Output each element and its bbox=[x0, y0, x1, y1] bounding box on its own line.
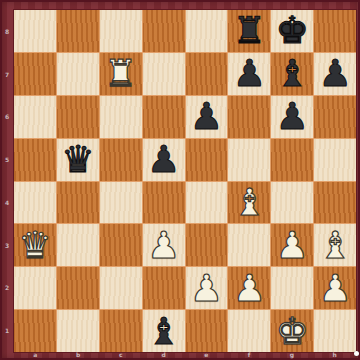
square-b5[interactable]: ♛ bbox=[57, 139, 99, 181]
file-label-c: c bbox=[100, 350, 143, 360]
square-c2[interactable] bbox=[100, 267, 142, 309]
square-b7[interactable] bbox=[57, 53, 99, 95]
square-d5[interactable]: ♟ bbox=[143, 139, 185, 181]
piece-black-queen-b5[interactable]: ♛ bbox=[61, 141, 94, 178]
square-e3[interactable] bbox=[186, 224, 228, 266]
square-d6[interactable] bbox=[143, 96, 185, 138]
square-d7[interactable] bbox=[143, 53, 185, 95]
rank-label-2: 2 bbox=[0, 267, 14, 310]
square-h8[interactable] bbox=[314, 10, 356, 52]
rank-label-8: 8 bbox=[0, 10, 14, 53]
piece-black-pawn-g6[interactable]: ♟ bbox=[276, 98, 309, 135]
square-b2[interactable] bbox=[57, 267, 99, 309]
file-label-a: a bbox=[14, 350, 57, 360]
square-b4[interactable] bbox=[57, 182, 99, 224]
square-d1[interactable]: ♝ bbox=[143, 310, 185, 352]
square-g6[interactable]: ♟ bbox=[271, 96, 313, 138]
piece-white-queen-a3[interactable]: ♛ bbox=[18, 227, 51, 264]
file-label-d: d bbox=[142, 350, 185, 360]
square-e7[interactable] bbox=[186, 53, 228, 95]
piece-white-bishop-h3[interactable]: ♝ bbox=[318, 227, 351, 264]
square-c6[interactable] bbox=[100, 96, 142, 138]
rank-label-4: 4 bbox=[0, 181, 14, 224]
rank-label-3: 3 bbox=[0, 224, 14, 267]
piece-black-pawn-e6[interactable]: ♟ bbox=[190, 98, 223, 135]
square-h6[interactable] bbox=[314, 96, 356, 138]
square-a8[interactable] bbox=[14, 10, 56, 52]
piece-white-pawn-e2[interactable]: ♟ bbox=[190, 270, 223, 307]
square-a7[interactable] bbox=[14, 53, 56, 95]
square-h2[interactable]: ♟ bbox=[314, 267, 356, 309]
piece-white-bishop-f4[interactable]: ♝ bbox=[233, 184, 266, 221]
file-label-g: g bbox=[271, 350, 314, 360]
square-f7[interactable]: ♟ bbox=[228, 53, 270, 95]
square-g3[interactable]: ♟ bbox=[271, 224, 313, 266]
file-label-e: e bbox=[185, 350, 228, 360]
piece-black-bishop-d1[interactable]: ♝ bbox=[147, 313, 180, 350]
piece-white-king-g1[interactable]: ♚ bbox=[276, 313, 309, 350]
piece-black-pawn-d5[interactable]: ♟ bbox=[147, 141, 180, 178]
square-g7[interactable]: ♝ bbox=[271, 53, 313, 95]
piece-white-pawn-f2[interactable]: ♟ bbox=[233, 270, 266, 307]
square-c1[interactable] bbox=[100, 310, 142, 352]
square-h3[interactable]: ♝ bbox=[314, 224, 356, 266]
square-d3[interactable]: ♟ bbox=[143, 224, 185, 266]
square-h5[interactable] bbox=[314, 139, 356, 181]
square-e8[interactable] bbox=[186, 10, 228, 52]
square-a5[interactable] bbox=[14, 139, 56, 181]
rank-label-1: 1 bbox=[0, 309, 14, 352]
square-d4[interactable] bbox=[143, 182, 185, 224]
piece-black-rook-f8[interactable]: ♜ bbox=[233, 12, 266, 49]
square-g2[interactable] bbox=[271, 267, 313, 309]
square-f2[interactable]: ♟ bbox=[228, 267, 270, 309]
square-c8[interactable] bbox=[100, 10, 142, 52]
square-a3[interactable]: ♛ bbox=[14, 224, 56, 266]
square-e1[interactable] bbox=[186, 310, 228, 352]
square-f1[interactable] bbox=[228, 310, 270, 352]
square-c3[interactable] bbox=[100, 224, 142, 266]
piece-white-rook-c7[interactable]: ♜ bbox=[104, 55, 137, 92]
piece-black-king-g8[interactable]: ♚ bbox=[276, 12, 309, 49]
file-label-h: h bbox=[313, 350, 356, 360]
rank-label-7: 7 bbox=[0, 53, 14, 96]
square-h1[interactable] bbox=[314, 310, 356, 352]
square-e6[interactable]: ♟ bbox=[186, 96, 228, 138]
square-f5[interactable] bbox=[228, 139, 270, 181]
square-c7[interactable]: ♜ bbox=[100, 53, 142, 95]
square-b8[interactable] bbox=[57, 10, 99, 52]
square-g8[interactable]: ♚ bbox=[271, 10, 313, 52]
square-h7[interactable]: ♟ bbox=[314, 53, 356, 95]
side-to-move-indicator bbox=[354, 351, 359, 356]
square-e4[interactable] bbox=[186, 182, 228, 224]
square-f3[interactable] bbox=[228, 224, 270, 266]
chess-board: ♜♚♜♟♝♟♟♟♛♟♝♛♟♟♝♟♟♟♝♚ bbox=[14, 10, 356, 352]
square-d8[interactable] bbox=[143, 10, 185, 52]
file-label-f: f bbox=[228, 350, 271, 360]
square-e2[interactable]: ♟ bbox=[186, 267, 228, 309]
rank-coordinates: 87654321 bbox=[0, 10, 14, 352]
square-a2[interactable] bbox=[14, 267, 56, 309]
square-b6[interactable] bbox=[57, 96, 99, 138]
square-g5[interactable] bbox=[271, 139, 313, 181]
square-a6[interactable] bbox=[14, 96, 56, 138]
square-g4[interactable] bbox=[271, 182, 313, 224]
file-coordinates: abcdefgh bbox=[14, 350, 356, 360]
square-b1[interactable] bbox=[57, 310, 99, 352]
piece-white-pawn-h2[interactable]: ♟ bbox=[318, 270, 351, 307]
file-label-b: b bbox=[57, 350, 100, 360]
piece-white-pawn-g3[interactable]: ♟ bbox=[276, 227, 309, 264]
square-h4[interactable] bbox=[314, 182, 356, 224]
square-f4[interactable]: ♝ bbox=[228, 182, 270, 224]
square-d2[interactable] bbox=[143, 267, 185, 309]
square-f8[interactable]: ♜ bbox=[228, 10, 270, 52]
piece-black-bishop-g7[interactable]: ♝ bbox=[276, 55, 309, 92]
chess-board-frame: ♜♚♜♟♝♟♟♟♛♟♝♛♟♟♝♟♟♟♝♚ 87654321 abcdefgh bbox=[0, 0, 360, 360]
square-b3[interactable] bbox=[57, 224, 99, 266]
piece-black-pawn-f7[interactable]: ♟ bbox=[233, 55, 266, 92]
square-f6[interactable] bbox=[228, 96, 270, 138]
square-e5[interactable] bbox=[186, 139, 228, 181]
piece-white-pawn-d3[interactable]: ♟ bbox=[147, 227, 180, 264]
square-c5[interactable] bbox=[100, 139, 142, 181]
piece-black-pawn-h7[interactable]: ♟ bbox=[318, 55, 351, 92]
rank-label-6: 6 bbox=[0, 96, 14, 139]
square-g1[interactable]: ♚ bbox=[271, 310, 313, 352]
square-a1[interactable] bbox=[14, 310, 56, 352]
square-a4[interactable] bbox=[14, 182, 56, 224]
rank-label-5: 5 bbox=[0, 138, 14, 181]
square-c4[interactable] bbox=[100, 182, 142, 224]
